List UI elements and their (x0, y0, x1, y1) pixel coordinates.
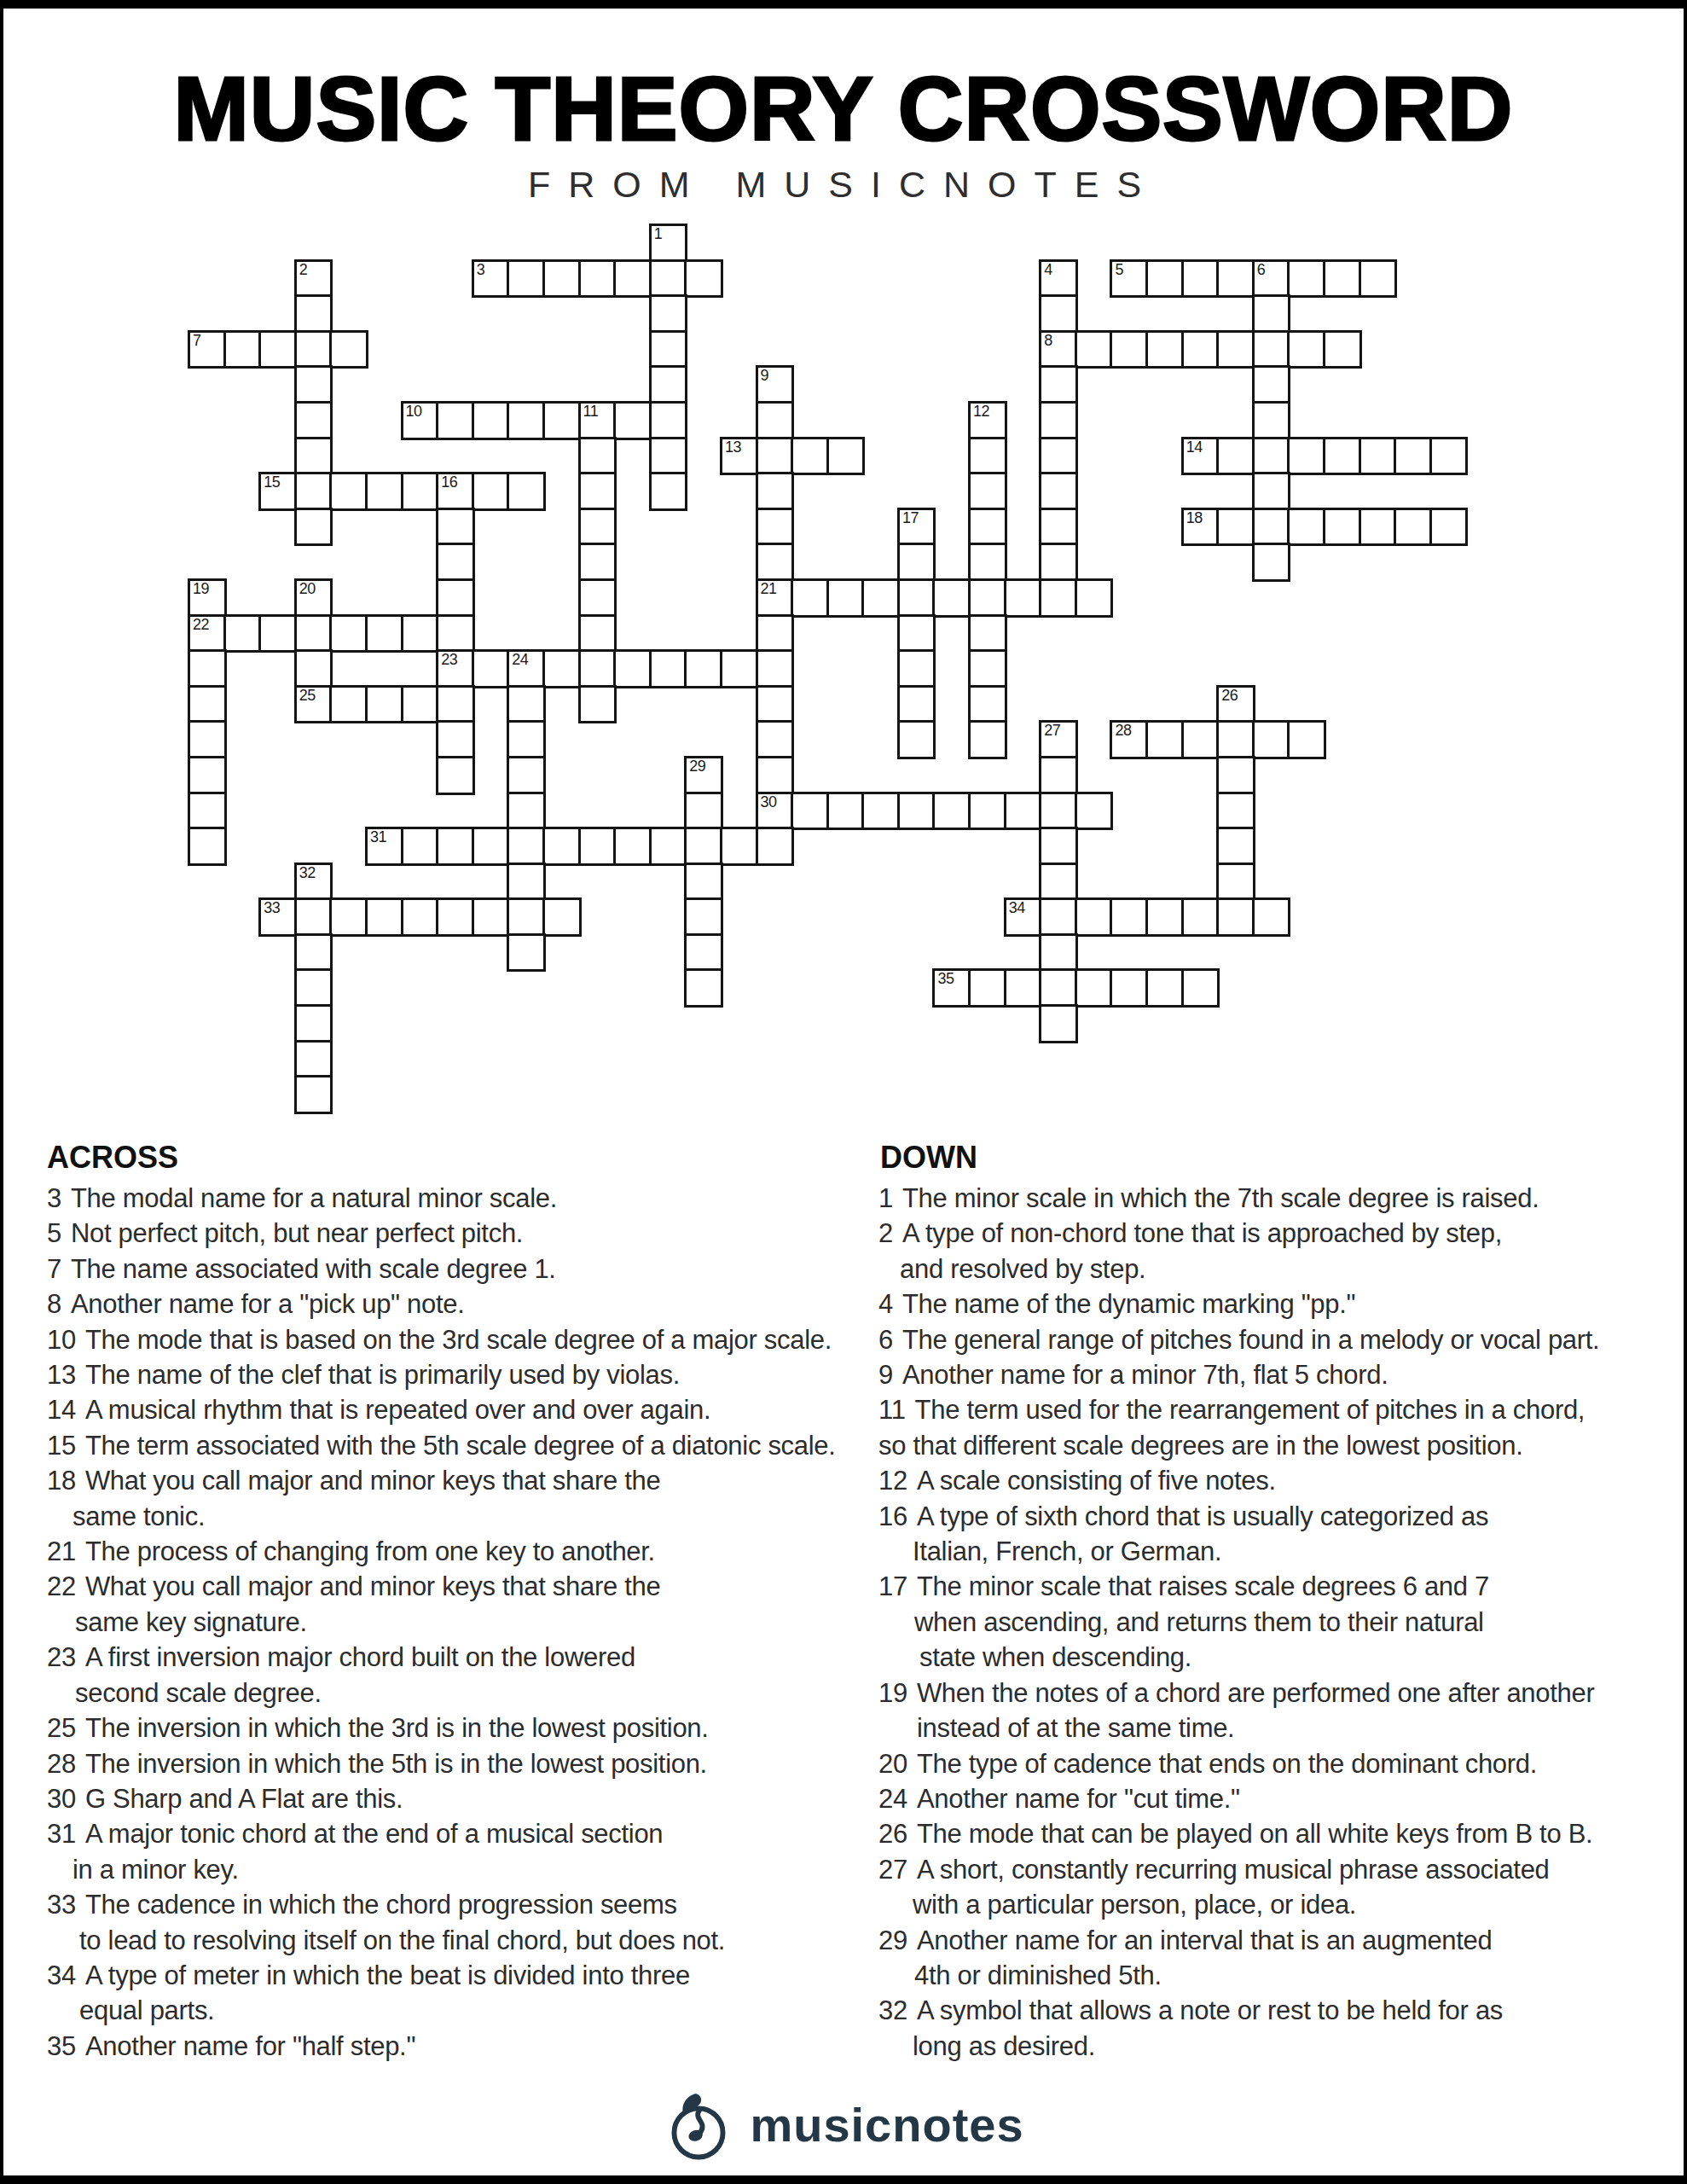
clue-line: 16A type of sixth chord that is usually … (878, 1499, 1680, 1534)
clue-text: What you call major and minor keys that … (85, 1571, 661, 1601)
clue-text: The minor scale that raises scale degree… (917, 1571, 1489, 1601)
clue-number: 6 (878, 1325, 893, 1355)
grid-cell[interactable] (1076, 332, 1112, 368)
grid-cell[interactable] (899, 793, 935, 829)
grid-cell[interactable] (1006, 970, 1041, 1006)
grid-cell[interactable] (1041, 473, 1076, 509)
cell-number: 31 (370, 829, 386, 845)
grid-cell[interactable] (403, 687, 438, 723)
cell-number: 34 (1009, 900, 1025, 915)
grid-cell[interactable] (1254, 899, 1290, 935)
clue-text: The term associated with the 5th scale d… (85, 1431, 836, 1461)
grid-cell[interactable] (1254, 722, 1290, 758)
grid-cell[interactable] (508, 403, 544, 439)
grid-cell[interactable] (438, 828, 473, 864)
grid-cell[interactable] (651, 473, 687, 509)
grid-cell[interactable] (1147, 970, 1183, 1006)
grid-cell[interactable] (1041, 580, 1076, 616)
clue-number: 28 (47, 1749, 76, 1779)
grid-cell[interactable]: 13 (722, 439, 757, 474)
grid-cell[interactable] (1289, 722, 1325, 758)
grid-cell[interactable] (580, 439, 616, 474)
grid-cell[interactable] (508, 758, 544, 793)
grid-cell[interactable] (1183, 261, 1219, 297)
grid-cell[interactable] (580, 509, 616, 545)
grid-cell[interactable] (899, 544, 935, 580)
grid-cell[interactable] (1183, 899, 1219, 935)
grid-cell[interactable] (1218, 899, 1254, 935)
grid-cell[interactable] (1395, 509, 1431, 545)
grid-cell[interactable] (1147, 722, 1183, 758)
grid-cell[interactable] (438, 687, 473, 723)
clue-line: equal parts. (47, 1993, 887, 2028)
grid-cell[interactable]: 31 (367, 828, 403, 864)
grid-cell[interactable] (296, 332, 332, 368)
grid-cell[interactable] (1041, 793, 1076, 829)
cell-number: 30 (761, 794, 777, 810)
cell-number: 16 (441, 474, 457, 490)
grid-cell[interactable] (1041, 509, 1076, 545)
grid-cell[interactable] (1254, 473, 1290, 509)
grid-cell[interactable]: 4 (1041, 261, 1076, 297)
grid-cell[interactable] (686, 899, 722, 935)
grid-cell[interactable] (508, 261, 544, 297)
clue-line: 32A symbol that allows a note or rest to… (878, 1993, 1680, 2028)
grid-cell[interactable] (580, 687, 616, 723)
clue-line: 27A short, constantly recurring musical … (878, 1852, 1680, 1887)
grid-cell[interactable] (1218, 332, 1254, 368)
grid-cell[interactable] (296, 935, 332, 971)
grid-cell[interactable] (1147, 332, 1183, 368)
grid-cell[interactable] (296, 616, 332, 652)
grid-cell[interactable]: 23 (438, 651, 473, 687)
grid-cell[interactable] (1147, 899, 1183, 935)
grid-cell[interactable] (544, 899, 580, 935)
grid-cell[interactable] (296, 1006, 332, 1042)
grid-cell[interactable] (757, 828, 793, 864)
grid-cell[interactable] (544, 403, 580, 439)
grid-cell[interactable] (651, 296, 687, 332)
grid-cell[interactable] (792, 580, 828, 616)
grid-cell[interactable] (757, 722, 793, 758)
grid-cell[interactable] (1041, 367, 1076, 403)
grid-cell[interactable] (296, 1042, 332, 1077)
grid-cell[interactable] (1360, 509, 1396, 545)
grid-cell[interactable] (1183, 970, 1219, 1006)
grid-cell[interactable] (473, 473, 509, 509)
clue-text: The inversion in which the 3rd is in the… (85, 1713, 709, 1743)
grid-cell[interactable] (970, 687, 1006, 723)
clue-number: 24 (878, 1784, 907, 1814)
grid-cell[interactable] (1041, 828, 1076, 864)
grid-cell[interactable]: 7 (189, 332, 225, 368)
grid-cell[interactable]: 10 (403, 403, 438, 439)
grid-cell[interactable] (686, 828, 722, 864)
clue-text: The cadence in which the chord progressi… (85, 1890, 677, 1920)
grid-cell[interactable] (1254, 544, 1290, 580)
grid-cell[interactable] (1431, 509, 1467, 545)
grid-cell[interactable] (189, 722, 225, 758)
grid-cell[interactable]: 2 (296, 261, 332, 297)
grid-cell[interactable] (1395, 439, 1431, 474)
grid-cell[interactable] (260, 616, 296, 652)
grid-cell[interactable] (899, 651, 935, 687)
clue-text: Another name for a "pick up" note. (71, 1289, 465, 1319)
grid-cell[interactable] (970, 509, 1006, 545)
grid-cell[interactable] (1183, 722, 1219, 758)
grid-cell[interactable] (1006, 793, 1041, 829)
grid-cell[interactable] (1218, 722, 1254, 758)
grid-cell[interactable]: 22 (189, 616, 225, 652)
grid-cell[interactable] (189, 651, 225, 687)
grid-cell[interactable]: 9 (757, 367, 793, 403)
grid-cell[interactable]: 8 (1041, 332, 1076, 368)
grid-cell[interactable] (508, 864, 544, 900)
clue-line: 33The cadence in which the chord progres… (47, 1887, 887, 1922)
grid-cell[interactable] (970, 722, 1006, 758)
grid-cell[interactable] (722, 828, 757, 864)
grid-cell[interactable] (970, 544, 1006, 580)
grid-cell[interactable]: 34 (1006, 899, 1041, 935)
grid-cell[interactable] (580, 544, 616, 580)
grid-cell[interactable] (1041, 544, 1076, 580)
grid-cell[interactable] (403, 899, 438, 935)
grid-cell[interactable] (544, 261, 580, 297)
grid-cell[interactable]: 35 (934, 970, 970, 1006)
grid-cell[interactable] (508, 793, 544, 829)
grid-cell[interactable] (1041, 403, 1076, 439)
grid-cell[interactable]: 1 (651, 225, 687, 261)
grid-cell[interactable] (331, 473, 367, 509)
grid-cell[interactable] (1183, 332, 1219, 368)
grid-cell[interactable]: 16 (438, 473, 473, 509)
grid-cell[interactable] (615, 828, 651, 864)
grid-cell[interactable] (1254, 509, 1290, 545)
grid-cell[interactable] (1218, 261, 1254, 297)
grid-cell[interactable] (686, 970, 722, 1006)
grid-cell[interactable] (1218, 793, 1254, 829)
grid-cell[interactable] (863, 793, 899, 829)
grid-cell[interactable] (686, 793, 722, 829)
grid-cell[interactable] (296, 403, 332, 439)
grid-cell[interactable] (473, 651, 509, 687)
grid-cell[interactable] (651, 403, 687, 439)
grid-cell[interactable] (1111, 899, 1147, 935)
clue-text: 4th or diminished 5th. (914, 1960, 1162, 1990)
clue-number: 29 (878, 1926, 907, 1955)
grid-cell[interactable] (403, 473, 438, 509)
grid-cell[interactable] (757, 403, 793, 439)
clue-line: 2A type of non-chord tone that is approa… (878, 1216, 1680, 1251)
grid-cell[interactable] (1147, 261, 1183, 297)
grid-cell[interactable] (438, 403, 473, 439)
grid-cell[interactable] (367, 899, 403, 935)
grid-cell[interactable]: 6 (1254, 261, 1290, 297)
grid-cell[interactable]: 3 (473, 261, 509, 297)
grid-cell[interactable] (367, 616, 403, 652)
grid-cell[interactable] (1218, 439, 1254, 474)
grid-cell[interactable] (1254, 367, 1290, 403)
grid-cell[interactable]: 18 (1183, 509, 1219, 545)
cell-number: 22 (193, 617, 209, 632)
grid-cell[interactable]: 32 (296, 864, 332, 900)
page-title: MUSIC THEORY CROSSWORD (0, 63, 1687, 154)
cell-number: 6 (1257, 262, 1266, 277)
clue-text: so that different scale degrees are in t… (878, 1431, 1522, 1461)
clue-line: 23A first inversion major chord built on… (47, 1640, 887, 1675)
grid-cell[interactable] (757, 473, 793, 509)
grid-cell[interactable] (473, 828, 509, 864)
grid-cell[interactable] (828, 793, 864, 829)
grid-cell[interactable]: 26 (1218, 687, 1254, 723)
grid-cell[interactable] (1076, 793, 1112, 829)
grid-cell[interactable]: 28 (1111, 722, 1147, 758)
grid-cell[interactable] (757, 509, 793, 545)
grid-cell[interactable] (722, 651, 757, 687)
clue-line: 1The minor scale in which the 7th scale … (878, 1181, 1680, 1216)
clue-number: 14 (47, 1395, 76, 1425)
clue-number: 33 (47, 1890, 76, 1920)
grid-cell[interactable]: 24 (508, 651, 544, 687)
clue-number: 34 (47, 1960, 76, 1990)
grid-cell[interactable] (899, 722, 935, 758)
grid-cell[interactable] (1041, 1006, 1076, 1042)
grid-cell[interactable] (508, 828, 544, 864)
grid-cell[interactable]: 20 (296, 580, 332, 616)
grid-cell[interactable] (828, 439, 864, 474)
grid-cell[interactable] (1076, 899, 1112, 935)
grid-cell[interactable] (296, 1077, 332, 1112)
grid-cell[interactable] (1006, 580, 1041, 616)
musicnotes-note-icon (663, 2092, 734, 2164)
clue-text: Italian, French, or German. (913, 1536, 1221, 1566)
grid-cell[interactable] (508, 722, 544, 758)
clue-text: second scale degree. (75, 1678, 322, 1708)
cell-number: 7 (193, 333, 201, 348)
grid-cell[interactable] (580, 580, 616, 616)
grid-cell[interactable] (438, 509, 473, 545)
cell-number: 26 (1221, 688, 1238, 703)
grid-cell[interactable] (296, 970, 332, 1006)
grid-cell[interactable] (544, 828, 580, 864)
grid-cell[interactable] (438, 544, 473, 580)
grid-cell[interactable] (863, 580, 899, 616)
clue-line: 34A type of meter in which the beat is d… (47, 1958, 887, 1993)
grid-cell[interactable] (580, 261, 616, 297)
grid-cell[interactable] (296, 367, 332, 403)
grid-cell[interactable] (651, 261, 687, 297)
grid-cell[interactable] (1254, 332, 1290, 368)
grid-cell[interactable] (296, 509, 332, 545)
grid-cell[interactable] (899, 687, 935, 723)
grid-cell[interactable] (1254, 403, 1290, 439)
grid-cell[interactable] (934, 793, 970, 829)
cell-number: 32 (299, 865, 316, 880)
grid-cell[interactable] (899, 616, 935, 652)
grid-cell[interactable] (1218, 828, 1254, 864)
grid-cell[interactable] (438, 722, 473, 758)
grid-cell[interactable] (367, 473, 403, 509)
grid-cell[interactable] (331, 332, 367, 368)
grid-cell[interactable] (508, 935, 544, 971)
grid-cell[interactable] (1041, 899, 1076, 935)
grid-cell[interactable] (970, 473, 1006, 509)
grid-cell[interactable] (686, 651, 722, 687)
grid-cell[interactable]: 11 (580, 403, 616, 439)
grid-cell[interactable] (686, 261, 722, 297)
grid-cell[interactable] (296, 473, 332, 509)
grid-cell[interactable] (1041, 758, 1076, 793)
grid-cell[interactable]: 15 (260, 473, 296, 509)
grid-cell[interactable] (970, 580, 1006, 616)
grid-cell[interactable]: 19 (189, 580, 225, 616)
grid-cell[interactable] (934, 580, 970, 616)
grid-cell[interactable] (1076, 970, 1112, 1006)
grid-cell[interactable] (189, 758, 225, 793)
grid-cell[interactable] (970, 793, 1006, 829)
grid-cell[interactable] (473, 403, 509, 439)
grid-cell[interactable] (1254, 296, 1290, 332)
puzzle-page: MUSIC THEORY CROSSWORD FROM MUSICNOTES 1… (0, 0, 1687, 2184)
grid-cell[interactable]: 14 (1183, 439, 1219, 474)
grid-cell[interactable] (1431, 439, 1467, 474)
grid-cell[interactable] (438, 580, 473, 616)
grid-cell[interactable] (757, 687, 793, 723)
clue-text: to lead to resolving itself on the final… (79, 1926, 725, 1955)
grid-cell[interactable] (757, 616, 793, 652)
grid-cell[interactable] (1218, 758, 1254, 793)
grid-cell[interactable] (189, 793, 225, 829)
grid-cell[interactable] (686, 935, 722, 971)
grid-cell[interactable] (757, 439, 793, 474)
grid-cell[interactable] (367, 687, 403, 723)
grid-cell[interactable] (970, 439, 1006, 474)
grid-cell[interactable] (686, 864, 722, 900)
grid-cell[interactable] (1325, 332, 1360, 368)
grid-cell[interactable] (1254, 439, 1290, 474)
grid-cell[interactable] (615, 651, 651, 687)
clue-number: 5 (47, 1218, 61, 1248)
grid-cell[interactable] (615, 403, 651, 439)
grid-cell[interactable] (296, 296, 332, 332)
grid-cell[interactable] (331, 616, 367, 652)
grid-cell[interactable] (899, 580, 935, 616)
grid-cell[interactable] (1041, 439, 1076, 474)
grid-cell[interactable] (828, 580, 864, 616)
grid-cell[interactable] (651, 367, 687, 403)
cell-number: 11 (583, 404, 599, 419)
grid-cell[interactable] (189, 687, 225, 723)
grid-cell[interactable] (438, 899, 473, 935)
grid-cell[interactable] (1218, 509, 1254, 545)
grid-cell[interactable] (1218, 864, 1254, 900)
grid-cell[interactable] (1041, 935, 1076, 971)
grid-cell[interactable] (403, 828, 438, 864)
grid-cell[interactable]: 27 (1041, 722, 1076, 758)
grid-cell[interactable]: 30 (757, 793, 793, 829)
grid-cell[interactable] (1041, 864, 1076, 900)
grid-cell[interactable] (508, 899, 544, 935)
grid-cell[interactable] (651, 332, 687, 368)
clue-text: in a minor key. (72, 1855, 239, 1885)
grid-cell[interactable] (580, 616, 616, 652)
cell-number: 33 (264, 900, 280, 915)
grid-cell[interactable] (651, 651, 687, 687)
grid-cell[interactable] (1289, 509, 1325, 545)
grid-cell[interactable] (508, 687, 544, 723)
grid-cell[interactable] (1325, 439, 1360, 474)
grid-cell[interactable] (651, 828, 687, 864)
grid-cell[interactable]: 5 (1111, 261, 1147, 297)
grid-cell[interactable] (1289, 439, 1325, 474)
grid-cell[interactable] (438, 616, 473, 652)
grid-cell[interactable] (1111, 332, 1147, 368)
grid-cell[interactable] (1360, 439, 1396, 474)
grid-cell[interactable] (189, 828, 225, 864)
grid-cell[interactable]: 29 (686, 758, 722, 793)
grid-cell[interactable] (225, 616, 261, 652)
grid-cell[interactable]: 12 (970, 403, 1006, 439)
grid-cell[interactable] (1360, 261, 1396, 297)
clue-text: The general range of pitches found in a … (902, 1325, 1599, 1355)
grid-cell[interactable] (225, 332, 261, 368)
grid-cell[interactable] (403, 616, 438, 652)
grid-cell[interactable] (1325, 509, 1360, 545)
grid-cell[interactable] (1076, 580, 1112, 616)
grid-cell[interactable] (970, 651, 1006, 687)
grid-cell[interactable] (970, 970, 1006, 1006)
grid-cell[interactable] (970, 616, 1006, 652)
grid-cell[interactable] (651, 439, 687, 474)
grid-cell[interactable] (1325, 261, 1360, 297)
grid-cell[interactable] (757, 758, 793, 793)
clue-line: 22What you call major and minor keys tha… (47, 1569, 887, 1604)
grid-cell[interactable] (260, 332, 296, 368)
grid-cell[interactable]: 33 (260, 899, 296, 935)
grid-cell[interactable]: 25 (296, 687, 332, 723)
grid-cell[interactable] (473, 899, 509, 935)
grid-cell[interactable] (544, 651, 580, 687)
cell-number: 21 (761, 581, 777, 596)
grid-cell[interactable] (438, 758, 473, 793)
grid-cell[interactable] (757, 544, 793, 580)
clue-line: 13The name of the clef that is primarily… (47, 1357, 887, 1392)
grid-cell[interactable] (1111, 970, 1147, 1006)
grid-cell[interactable] (1041, 296, 1076, 332)
clue-number: 22 (47, 1571, 76, 1601)
grid-cell[interactable]: 17 (899, 509, 935, 545)
grid-cell[interactable] (1041, 970, 1076, 1006)
clue-text: G Sharp and A Flat are this. (85, 1784, 403, 1814)
grid-cell[interactable] (296, 651, 332, 687)
grid-cell[interactable] (580, 651, 616, 687)
grid-cell[interactable] (1289, 261, 1325, 297)
grid-cell[interactable] (1289, 332, 1325, 368)
grid-cell[interactable] (508, 473, 544, 509)
grid-cell[interactable] (580, 473, 616, 509)
grid-cell[interactable] (331, 899, 367, 935)
grid-cell[interactable] (792, 439, 828, 474)
grid-cell[interactable] (792, 793, 828, 829)
grid-cell[interactable] (296, 439, 332, 474)
clue-line: 4The name of the dynamic marking "pp." (878, 1287, 1680, 1321)
grid-cell[interactable] (757, 651, 793, 687)
grid-cell[interactable] (615, 261, 651, 297)
grid-cell[interactable] (296, 899, 332, 935)
grid-cell[interactable] (331, 687, 367, 723)
grid-cell[interactable] (580, 828, 616, 864)
grid-cell[interactable]: 21 (757, 580, 793, 616)
